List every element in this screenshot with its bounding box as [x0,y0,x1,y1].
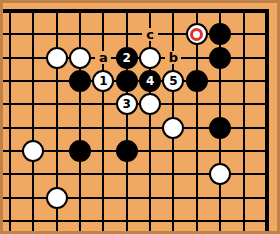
move-number: 1 [99,75,107,87]
point-label-b: b [165,51,181,64]
grid-line-vertical [149,9,151,234]
stone-black-c9r2 [209,47,231,69]
grid-line-vertical [243,9,245,234]
stone-white-c7r5 [162,117,184,139]
board-edge-top [0,9,269,13]
grid-line-vertical [126,9,128,234]
stone-white-c4r3: 1 [92,70,114,92]
stone-black-c3r3 [69,70,91,92]
stone-black-c5r2: 2 [116,47,138,69]
stone-black-c5r6 [116,140,138,162]
circle-mark [190,28,203,41]
stone-white-c7r3: 5 [162,70,184,92]
point-label-c: c [142,28,158,41]
move-number: 5 [169,75,177,87]
stone-black-c9r5 [209,117,231,139]
stone-white-c8r1 [186,23,208,45]
move-number: 3 [123,98,131,110]
stone-black-c8r3 [186,70,208,92]
go-board: abc21453 [0,0,280,234]
stone-black-c5r3 [116,70,138,92]
move-number: 2 [123,52,131,64]
grid-line-vertical [79,9,81,234]
stone-black-c6r3: 4 [139,70,161,92]
grid-line-vertical [32,9,34,234]
stone-white-c3r2 [69,47,91,69]
stone-white-c2r2 [46,47,68,69]
go-diagram: abc21453 [0,0,280,234]
stone-white-c5r4: 3 [116,93,138,115]
stone-black-c9r1 [209,23,231,45]
stone-white-c1r6 [22,140,44,162]
move-number: 4 [146,75,154,87]
stone-black-c3r6 [69,140,91,162]
grid-line-horizontal [0,197,269,199]
board-edge-right [265,9,269,234]
stone-white-c9r7 [209,163,231,185]
grid-line-horizontal [0,220,269,222]
stone-white-c6r4 [139,93,161,115]
grid-line-vertical [102,9,104,234]
grid-line-vertical [9,9,11,234]
stone-white-c2r8 [46,187,68,209]
stone-white-c6r2 [139,47,161,69]
point-label-a: a [95,51,111,64]
